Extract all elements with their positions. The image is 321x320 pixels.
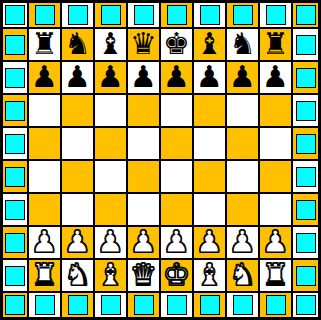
cyan-marker [200,5,220,25]
black-queen[interactable]: ♛ [130,29,157,59]
square-e2[interactable]: ♟ [160,226,193,259]
border-cell [61,292,94,318]
square-h4[interactable] [259,160,292,193]
white-pawn[interactable]: ♟ [130,227,157,257]
square-d4[interactable] [127,160,160,193]
square-e1[interactable]: ♚ [160,259,193,292]
white-king[interactable]: ♚ [163,260,190,290]
border-cell [2,226,28,259]
square-f8[interactable]: ♝ [193,28,226,61]
square-a7[interactable]: ♟ [28,61,61,94]
cyan-marker [5,167,25,187]
black-pawn[interactable]: ♟ [64,62,91,92]
square-f1[interactable]: ♝ [193,259,226,292]
square-c8[interactable]: ♝ [94,28,127,61]
square-f2[interactable]: ♟ [193,226,226,259]
border-cell [160,292,193,318]
white-pawn[interactable]: ♟ [97,227,124,257]
square-h8[interactable]: ♜ [259,28,292,61]
square-e8[interactable]: ♚ [160,28,193,61]
square-h1[interactable]: ♜ [259,259,292,292]
square-b7[interactable]: ♟ [61,61,94,94]
border-cell [28,2,61,28]
border-cell [127,292,160,318]
border-cell [2,94,28,127]
border-cell [193,292,226,318]
square-b6[interactable] [61,94,94,127]
cyan-marker [35,295,55,315]
square-a5[interactable] [28,127,61,160]
cyan-marker [296,134,316,154]
border-cell [61,2,94,28]
border-cell [2,292,28,318]
square-g6[interactable] [226,94,259,127]
border-cell [292,61,319,94]
square-f5[interactable] [193,127,226,160]
cyan-marker [200,295,220,315]
square-b4[interactable] [61,160,94,193]
cyan-marker [134,5,154,25]
border-cell [292,193,319,226]
black-pawn[interactable]: ♟ [163,62,190,92]
cyan-marker [5,101,25,121]
border-cell [292,94,319,127]
cyan-marker [5,200,25,220]
square-a8[interactable]: ♜ [28,28,61,61]
white-pawn[interactable]: ♟ [31,227,58,257]
white-bishop[interactable]: ♝ [97,260,124,290]
square-c3[interactable] [94,193,127,226]
cyan-marker [296,68,316,88]
black-rook[interactable]: ♜ [31,29,58,59]
square-h6[interactable] [259,94,292,127]
square-d7[interactable]: ♟ [127,61,160,94]
square-f7[interactable]: ♟ [193,61,226,94]
black-pawn[interactable]: ♟ [262,62,289,92]
black-pawn[interactable]: ♟ [97,62,124,92]
black-bishop[interactable]: ♝ [97,29,124,59]
square-d6[interactable] [127,94,160,127]
square-c7[interactable]: ♟ [94,61,127,94]
square-h2[interactable]: ♟ [259,226,292,259]
square-e6[interactable] [160,94,193,127]
chess-board: ♜♞♝♛♚♝♞♜♟♟♟♟♟♟♟♟♟♟♟♟♟♟♟♟♜♞♝♛♚♝♞♜ [2,2,319,318]
square-h7[interactable]: ♟ [259,61,292,94]
square-h3[interactable] [259,193,292,226]
border-cell [2,2,28,28]
black-pawn[interactable]: ♟ [31,62,58,92]
border-cell [292,226,319,259]
cyan-marker [68,5,88,25]
square-a3[interactable] [28,193,61,226]
black-knight[interactable]: ♞ [229,29,256,59]
square-e5[interactable] [160,127,193,160]
square-g8[interactable]: ♞ [226,28,259,61]
cyan-marker [296,200,316,220]
white-rook[interactable]: ♜ [262,260,289,290]
cyan-marker [5,68,25,88]
cyan-marker [233,5,253,25]
cyan-marker [35,5,55,25]
square-a4[interactable] [28,160,61,193]
white-knight[interactable]: ♞ [64,260,91,290]
black-king[interactable]: ♚ [163,29,190,59]
white-pawn[interactable]: ♟ [196,227,223,257]
square-e4[interactable] [160,160,193,193]
square-c5[interactable] [94,127,127,160]
white-rook[interactable]: ♜ [31,260,58,290]
square-b1[interactable]: ♞ [61,259,94,292]
black-bishop[interactable]: ♝ [196,29,223,59]
cyan-marker [5,5,25,25]
border-cell [292,127,319,160]
square-g7[interactable]: ♟ [226,61,259,94]
cyan-marker [296,5,316,25]
square-a1[interactable]: ♜ [28,259,61,292]
border-cell [259,2,292,28]
border-cell [2,127,28,160]
cyan-marker [5,295,25,315]
black-knight[interactable]: ♞ [64,29,91,59]
square-f4[interactable] [193,160,226,193]
square-c2[interactable]: ♟ [94,226,127,259]
black-pawn[interactable]: ♟ [196,62,223,92]
cyan-marker [266,295,286,315]
cyan-marker [296,167,316,187]
cyan-marker [167,5,187,25]
border-cell [292,292,319,318]
square-d8[interactable]: ♛ [127,28,160,61]
white-pawn[interactable]: ♟ [229,227,256,257]
square-g2[interactable]: ♟ [226,226,259,259]
square-f6[interactable] [193,94,226,127]
square-d2[interactable]: ♟ [127,226,160,259]
cyan-marker [296,35,316,55]
border-cell [292,259,319,292]
cyan-marker [296,233,316,253]
white-pawn[interactable]: ♟ [262,227,289,257]
square-c4[interactable] [94,160,127,193]
white-pawn[interactable]: ♟ [64,227,91,257]
border-cell [160,2,193,28]
square-f3[interactable] [193,193,226,226]
cyan-marker [5,266,25,286]
cyan-marker [266,5,286,25]
border-cell [292,160,319,193]
board-frame: ♜♞♝♛♚♝♞♜♟♟♟♟♟♟♟♟♟♟♟♟♟♟♟♟♜♞♝♛♚♝♞♜ [0,0,321,320]
border-cell [94,2,127,28]
white-pawn[interactable]: ♟ [163,227,190,257]
border-cell [127,2,160,28]
square-e3[interactable] [160,193,193,226]
square-a6[interactable] [28,94,61,127]
border-cell [2,160,28,193]
border-cell [226,2,259,28]
square-c6[interactable] [94,94,127,127]
black-pawn[interactable]: ♟ [130,62,157,92]
cyan-marker [296,101,316,121]
white-queen[interactable]: ♛ [130,260,157,290]
border-cell [2,193,28,226]
border-cell [2,61,28,94]
black-pawn[interactable]: ♟ [229,62,256,92]
square-b2[interactable]: ♟ [61,226,94,259]
cyan-marker [296,295,316,315]
square-g3[interactable] [226,193,259,226]
square-a2[interactable]: ♟ [28,226,61,259]
square-g4[interactable] [226,160,259,193]
border-cell [226,292,259,318]
cyan-marker [101,5,121,25]
border-cell [28,292,61,318]
square-c1[interactable]: ♝ [94,259,127,292]
square-b5[interactable] [61,127,94,160]
cyan-marker [296,266,316,286]
square-b8[interactable]: ♞ [61,28,94,61]
white-knight[interactable]: ♞ [229,260,256,290]
border-cell [259,292,292,318]
cyan-marker [5,35,25,55]
square-h5[interactable] [259,127,292,160]
cyan-marker [5,233,25,253]
black-rook[interactable]: ♜ [262,29,289,59]
border-cell [292,28,319,61]
cyan-marker [101,295,121,315]
square-d3[interactable] [127,193,160,226]
border-cell [94,292,127,318]
border-cell [2,259,28,292]
cyan-marker [134,295,154,315]
cyan-marker [167,295,187,315]
square-g5[interactable] [226,127,259,160]
border-cell [2,28,28,61]
square-d1[interactable]: ♛ [127,259,160,292]
cyan-marker [233,295,253,315]
cyan-marker [5,134,25,154]
square-d5[interactable] [127,127,160,160]
square-g1[interactable]: ♞ [226,259,259,292]
cyan-marker [68,295,88,315]
square-b3[interactable] [61,193,94,226]
border-cell [292,2,319,28]
white-bishop[interactable]: ♝ [196,260,223,290]
border-cell [193,2,226,28]
square-e7[interactable]: ♟ [160,61,193,94]
